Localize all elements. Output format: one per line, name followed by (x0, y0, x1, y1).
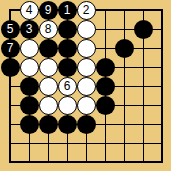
black-stone (20, 115, 39, 134)
intersection (96, 1, 115, 20)
black-stone: 1 (58, 1, 77, 20)
intersection (153, 96, 172, 115)
intersection (134, 20, 153, 39)
black-stone (58, 20, 77, 39)
intersection (115, 1, 134, 20)
intersection (115, 77, 134, 96)
white-stone: 8 (39, 20, 58, 39)
intersection (115, 153, 134, 172)
intersection (77, 20, 96, 39)
intersection (58, 115, 77, 134)
black-stone: 9 (39, 1, 58, 20)
intersection (20, 58, 39, 77)
intersection (20, 153, 39, 172)
intersection: 4 (20, 1, 39, 20)
intersection (96, 134, 115, 153)
black-stone: 7 (1, 39, 20, 58)
white-stone (77, 77, 96, 96)
move-number-label: 5 (7, 23, 14, 35)
intersection (20, 96, 39, 115)
intersection (96, 20, 115, 39)
white-stone: 2 (77, 1, 96, 20)
white-stone (20, 58, 39, 77)
black-stone (58, 39, 77, 58)
intersection (115, 58, 134, 77)
black-stone (96, 77, 115, 96)
black-stone: 5 (1, 20, 20, 39)
white-stone (58, 96, 77, 115)
black-stone (39, 39, 58, 58)
white-stone (39, 96, 58, 115)
intersection (134, 1, 153, 20)
intersection (134, 77, 153, 96)
black-stone (39, 115, 58, 134)
black-stone (96, 96, 115, 115)
intersection (58, 134, 77, 153)
white-stone (77, 58, 96, 77)
intersection (134, 39, 153, 58)
intersection (153, 1, 172, 20)
intersection (153, 153, 172, 172)
intersection (1, 58, 20, 77)
white-stone (77, 96, 96, 115)
intersection (153, 58, 172, 77)
intersection: 7 (1, 39, 20, 58)
white-stone (20, 39, 39, 58)
white-stone (39, 77, 58, 96)
white-stone: 4 (20, 1, 39, 20)
intersection (134, 96, 153, 115)
black-stone (77, 115, 96, 134)
intersection (39, 58, 58, 77)
intersection (1, 1, 20, 20)
intersection: 1 (58, 1, 77, 20)
intersection (153, 20, 172, 39)
white-stone: 6 (58, 77, 77, 96)
move-number-label: 7 (7, 42, 14, 54)
intersection (39, 115, 58, 134)
intersection (58, 153, 77, 172)
white-stone (77, 39, 96, 58)
intersection (77, 39, 96, 58)
intersection: 9 (39, 1, 58, 20)
black-stone (134, 20, 153, 39)
move-number-label: 3 (26, 23, 33, 35)
intersection (134, 58, 153, 77)
intersection (20, 77, 39, 96)
intersection (39, 134, 58, 153)
intersection (39, 153, 58, 172)
intersection (77, 115, 96, 134)
intersection (134, 153, 153, 172)
intersection (115, 134, 134, 153)
intersection (153, 115, 172, 134)
intersection (115, 96, 134, 115)
intersection (115, 115, 134, 134)
black-stone (115, 39, 134, 58)
intersection (77, 58, 96, 77)
intersection (115, 20, 134, 39)
intersection (153, 134, 172, 153)
intersection (96, 39, 115, 58)
intersection (1, 96, 20, 115)
intersection (58, 96, 77, 115)
move-number-label: 1 (64, 4, 71, 16)
move-number-label: 4 (26, 4, 33, 16)
intersection: 8 (39, 20, 58, 39)
intersection (153, 39, 172, 58)
intersection (58, 20, 77, 39)
intersection (96, 153, 115, 172)
intersection (77, 134, 96, 153)
intersection (134, 115, 153, 134)
black-stone (58, 58, 77, 77)
black-stone (96, 58, 115, 77)
intersection (20, 115, 39, 134)
intersection (39, 96, 58, 115)
intersection (96, 115, 115, 134)
black-stone (20, 96, 39, 115)
intersection (1, 115, 20, 134)
intersection (77, 77, 96, 96)
move-number-label: 9 (45, 4, 52, 16)
intersection (96, 58, 115, 77)
intersection (39, 77, 58, 96)
white-stone (77, 20, 96, 39)
white-stone (39, 58, 58, 77)
black-stone (58, 115, 77, 134)
intersection (153, 77, 172, 96)
move-number-label: 2 (83, 4, 90, 16)
intersection (39, 39, 58, 58)
intersection: 3 (20, 20, 39, 39)
intersection: 2 (77, 1, 96, 20)
intersection (115, 39, 134, 58)
move-number-label: 6 (64, 80, 71, 92)
board-intersections: 491253876 (1, 1, 172, 172)
go-diagram: 491253876 (0, 0, 171, 171)
intersection (77, 96, 96, 115)
intersection (134, 134, 153, 153)
intersection (96, 77, 115, 96)
intersection (1, 153, 20, 172)
intersection (58, 58, 77, 77)
black-stone (20, 77, 39, 96)
intersection: 5 (1, 20, 20, 39)
intersection (20, 134, 39, 153)
intersection (77, 153, 96, 172)
intersection (1, 134, 20, 153)
intersection: 6 (58, 77, 77, 96)
go-board: 491253876 (0, 0, 171, 171)
intersection (96, 96, 115, 115)
intersection (20, 39, 39, 58)
intersection (58, 39, 77, 58)
black-stone: 3 (20, 20, 39, 39)
intersection (1, 77, 20, 96)
move-number-label: 8 (45, 23, 52, 35)
black-stone (1, 58, 20, 77)
